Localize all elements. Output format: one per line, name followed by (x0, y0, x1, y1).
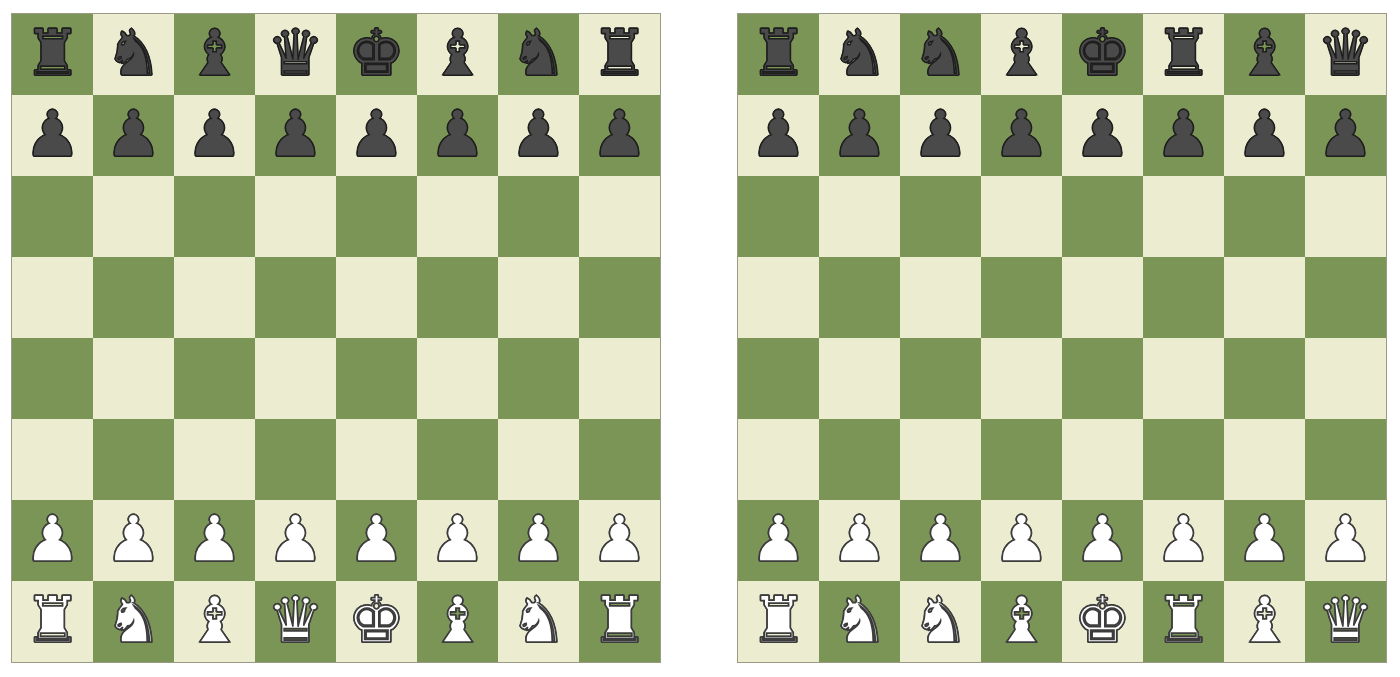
square-d8[interactable]: ♛ (255, 14, 336, 95)
square-a6[interactable] (738, 176, 819, 257)
page: ♜♞♝♛♚♝♞♜♟♟♟♟♟♟♟♟♟♟♟♟♟♟♟♟♜♞♝♛♚♝♞♜ ♜♞♞♝♚♜♝… (0, 0, 1400, 677)
square-f8[interactable]: ♝ (417, 14, 498, 95)
square-d5[interactable] (255, 257, 336, 338)
piece-black-bishop[interactable]: ♝ (1236, 21, 1293, 85)
square-c8[interactable]: ♝ (174, 14, 255, 95)
piece-black-pawn[interactable]: ♟ (186, 102, 243, 166)
piece-white-king[interactable]: ♚ (348, 588, 405, 652)
piece-black-pawn[interactable]: ♟ (1236, 102, 1293, 166)
square-f4[interactable] (1143, 338, 1224, 419)
piece-white-rook[interactable]: ♜ (24, 588, 81, 652)
square-h6[interactable] (1305, 176, 1386, 257)
piece-white-pawn[interactable]: ♟ (831, 507, 888, 571)
square-c2[interactable]: ♟ (900, 500, 981, 581)
piece-black-pawn[interactable]: ♟ (105, 102, 162, 166)
square-f2[interactable]: ♟ (1143, 500, 1224, 581)
piece-white-bishop[interactable]: ♝ (1236, 588, 1293, 652)
piece-white-pawn[interactable]: ♟ (267, 507, 324, 571)
piece-black-rook[interactable]: ♜ (750, 21, 807, 85)
piece-white-pawn[interactable]: ♟ (24, 507, 81, 571)
square-e1[interactable]: ♚ (1062, 581, 1143, 662)
piece-white-pawn[interactable]: ♟ (1074, 507, 1131, 571)
square-c6[interactable] (900, 176, 981, 257)
piece-black-pawn[interactable]: ♟ (429, 102, 486, 166)
piece-black-pawn[interactable]: ♟ (993, 102, 1050, 166)
piece-white-rook[interactable]: ♜ (1155, 588, 1212, 652)
square-g4[interactable] (498, 338, 579, 419)
square-e1[interactable]: ♚ (336, 581, 417, 662)
square-c5[interactable] (900, 257, 981, 338)
square-h2[interactable]: ♟ (579, 500, 660, 581)
square-c1[interactable]: ♝ (174, 581, 255, 662)
square-b5[interactable] (819, 257, 900, 338)
piece-black-pawn[interactable]: ♟ (831, 102, 888, 166)
piece-white-pawn[interactable]: ♟ (429, 507, 486, 571)
piece-black-bishop[interactable]: ♝ (186, 21, 243, 85)
square-f3[interactable] (417, 419, 498, 500)
square-a6[interactable] (12, 176, 93, 257)
piece-white-pawn[interactable]: ♟ (750, 507, 807, 571)
square-a3[interactable] (12, 419, 93, 500)
piece-white-pawn[interactable]: ♟ (105, 507, 162, 571)
square-c3[interactable] (900, 419, 981, 500)
square-e8[interactable]: ♚ (1062, 14, 1143, 95)
piece-white-bishop[interactable]: ♝ (186, 588, 243, 652)
square-g2[interactable]: ♟ (1224, 500, 1305, 581)
square-f6[interactable] (1143, 176, 1224, 257)
square-b1[interactable]: ♞ (93, 581, 174, 662)
square-g3[interactable] (1224, 419, 1305, 500)
square-f8[interactable]: ♜ (1143, 14, 1224, 95)
square-e3[interactable] (1062, 419, 1143, 500)
square-a4[interactable] (738, 338, 819, 419)
piece-white-queen[interactable]: ♛ (1317, 588, 1374, 652)
square-a5[interactable] (12, 257, 93, 338)
piece-white-pawn[interactable]: ♟ (591, 507, 648, 571)
piece-white-knight[interactable]: ♞ (105, 588, 162, 652)
piece-white-pawn[interactable]: ♟ (1155, 507, 1212, 571)
square-h5[interactable] (1305, 257, 1386, 338)
square-c5[interactable] (174, 257, 255, 338)
square-e7[interactable]: ♟ (336, 95, 417, 176)
square-e6[interactable] (1062, 176, 1143, 257)
square-g8[interactable]: ♞ (498, 14, 579, 95)
piece-white-knight[interactable]: ♞ (912, 588, 969, 652)
square-d4[interactable] (255, 338, 336, 419)
piece-black-pawn[interactable]: ♟ (24, 102, 81, 166)
piece-white-pawn[interactable]: ♟ (510, 507, 567, 571)
square-e4[interactable] (1062, 338, 1143, 419)
square-g7[interactable]: ♟ (1224, 95, 1305, 176)
square-c7[interactable]: ♟ (900, 95, 981, 176)
square-e7[interactable]: ♟ (1062, 95, 1143, 176)
piece-black-pawn[interactable]: ♟ (1155, 102, 1212, 166)
square-d1[interactable]: ♝ (981, 581, 1062, 662)
square-b5[interactable] (93, 257, 174, 338)
piece-white-queen[interactable]: ♛ (267, 588, 324, 652)
square-a7[interactable]: ♟ (12, 95, 93, 176)
piece-black-rook[interactable]: ♜ (1155, 21, 1212, 85)
square-c8[interactable]: ♞ (900, 14, 981, 95)
square-f6[interactable] (417, 176, 498, 257)
square-g6[interactable] (1224, 176, 1305, 257)
square-f5[interactable] (417, 257, 498, 338)
piece-black-pawn[interactable]: ♟ (348, 102, 405, 166)
square-a8[interactable]: ♜ (12, 14, 93, 95)
piece-black-pawn[interactable]: ♟ (750, 102, 807, 166)
piece-black-pawn[interactable]: ♟ (510, 102, 567, 166)
square-b7[interactable]: ♟ (93, 95, 174, 176)
square-a8[interactable]: ♜ (738, 14, 819, 95)
square-a3[interactable] (738, 419, 819, 500)
piece-black-pawn[interactable]: ♟ (591, 102, 648, 166)
square-c7[interactable]: ♟ (174, 95, 255, 176)
piece-black-pawn[interactable]: ♟ (1317, 102, 1374, 166)
piece-white-pawn[interactable]: ♟ (1317, 507, 1374, 571)
piece-white-pawn[interactable]: ♟ (1236, 507, 1293, 571)
square-d7[interactable]: ♟ (981, 95, 1062, 176)
square-a2[interactable]: ♟ (12, 500, 93, 581)
square-h2[interactable]: ♟ (1305, 500, 1386, 581)
square-h1[interactable]: ♛ (1305, 581, 1386, 662)
square-e2[interactable]: ♟ (1062, 500, 1143, 581)
square-f7[interactable]: ♟ (1143, 95, 1224, 176)
square-g5[interactable] (1224, 257, 1305, 338)
square-a5[interactable] (738, 257, 819, 338)
square-e3[interactable] (336, 419, 417, 500)
piece-white-rook[interactable]: ♜ (591, 588, 648, 652)
piece-black-king[interactable]: ♚ (348, 21, 405, 85)
piece-black-queen[interactable]: ♛ (1317, 21, 1374, 85)
piece-white-pawn[interactable]: ♟ (912, 507, 969, 571)
square-e8[interactable]: ♚ (336, 14, 417, 95)
square-d2[interactable]: ♟ (255, 500, 336, 581)
square-h3[interactable] (579, 419, 660, 500)
piece-white-pawn[interactable]: ♟ (348, 507, 405, 571)
square-h7[interactable]: ♟ (579, 95, 660, 176)
piece-black-king[interactable]: ♚ (1074, 21, 1131, 85)
square-f3[interactable] (1143, 419, 1224, 500)
square-b6[interactable] (819, 176, 900, 257)
chessboard-standard: ♜♞♝♛♚♝♞♜♟♟♟♟♟♟♟♟♟♟♟♟♟♟♟♟♜♞♝♛♚♝♞♜ (11, 13, 661, 663)
square-c6[interactable] (174, 176, 255, 257)
square-d3[interactable] (981, 419, 1062, 500)
piece-white-pawn[interactable]: ♟ (186, 507, 243, 571)
square-g2[interactable]: ♟ (498, 500, 579, 581)
square-c2[interactable]: ♟ (174, 500, 255, 581)
square-b7[interactable]: ♟ (819, 95, 900, 176)
square-e2[interactable]: ♟ (336, 500, 417, 581)
piece-white-knight[interactable]: ♞ (831, 588, 888, 652)
piece-black-bishop[interactable]: ♝ (993, 21, 1050, 85)
square-d7[interactable]: ♟ (255, 95, 336, 176)
square-g3[interactable] (498, 419, 579, 500)
square-d1[interactable]: ♛ (255, 581, 336, 662)
piece-black-knight[interactable]: ♞ (105, 21, 162, 85)
square-b8[interactable]: ♞ (819, 14, 900, 95)
square-f5[interactable] (1143, 257, 1224, 338)
piece-black-pawn[interactable]: ♟ (912, 102, 969, 166)
square-b3[interactable] (819, 419, 900, 500)
piece-black-knight[interactable]: ♞ (912, 21, 969, 85)
piece-white-bishop[interactable]: ♝ (429, 588, 486, 652)
square-d4[interactable] (981, 338, 1062, 419)
square-a1[interactable]: ♜ (738, 581, 819, 662)
square-d2[interactable]: ♟ (981, 500, 1062, 581)
piece-black-rook[interactable]: ♜ (24, 21, 81, 85)
square-d8[interactable]: ♝ (981, 14, 1062, 95)
square-g8[interactable]: ♝ (1224, 14, 1305, 95)
square-h8[interactable]: ♜ (579, 14, 660, 95)
square-d3[interactable] (255, 419, 336, 500)
piece-black-pawn[interactable]: ♟ (1074, 102, 1131, 166)
square-h1[interactable]: ♜ (579, 581, 660, 662)
square-h4[interactable] (579, 338, 660, 419)
square-a2[interactable]: ♟ (738, 500, 819, 581)
square-e5[interactable] (336, 257, 417, 338)
piece-black-rook[interactable]: ♜ (591, 21, 648, 85)
square-h6[interactable] (579, 176, 660, 257)
square-b8[interactable]: ♞ (93, 14, 174, 95)
square-h7[interactable]: ♟ (1305, 95, 1386, 176)
piece-black-bishop[interactable]: ♝ (429, 21, 486, 85)
square-g1[interactable]: ♝ (1224, 581, 1305, 662)
square-a7[interactable]: ♟ (738, 95, 819, 176)
piece-black-knight[interactable]: ♞ (510, 21, 567, 85)
square-f1[interactable]: ♜ (1143, 581, 1224, 662)
chessboard-chess960: ♜♞♞♝♚♜♝♛♟♟♟♟♟♟♟♟♟♟♟♟♟♟♟♟♜♞♞♝♚♜♝♛ (737, 13, 1387, 663)
square-f1[interactable]: ♝ (417, 581, 498, 662)
square-e5[interactable] (1062, 257, 1143, 338)
square-h8[interactable]: ♛ (1305, 14, 1386, 95)
square-b2[interactable]: ♟ (93, 500, 174, 581)
piece-white-king[interactable]: ♚ (1074, 588, 1131, 652)
square-f7[interactable]: ♟ (417, 95, 498, 176)
square-c4[interactable] (900, 338, 981, 419)
square-d6[interactable] (255, 176, 336, 257)
square-e4[interactable] (336, 338, 417, 419)
square-a1[interactable]: ♜ (12, 581, 93, 662)
piece-white-pawn[interactable]: ♟ (993, 507, 1050, 571)
piece-white-rook[interactable]: ♜ (750, 588, 807, 652)
piece-black-queen[interactable]: ♛ (267, 21, 324, 85)
square-c3[interactable] (174, 419, 255, 500)
piece-black-knight[interactable]: ♞ (831, 21, 888, 85)
square-b4[interactable] (93, 338, 174, 419)
square-h3[interactable] (1305, 419, 1386, 500)
square-b3[interactable] (93, 419, 174, 500)
square-f2[interactable]: ♟ (417, 500, 498, 581)
square-c1[interactable]: ♞ (900, 581, 981, 662)
square-b4[interactable] (819, 338, 900, 419)
square-f4[interactable] (417, 338, 498, 419)
square-g1[interactable]: ♞ (498, 581, 579, 662)
piece-black-pawn[interactable]: ♟ (267, 102, 324, 166)
square-g7[interactable]: ♟ (498, 95, 579, 176)
square-g5[interactable] (498, 257, 579, 338)
square-h5[interactable] (579, 257, 660, 338)
square-d6[interactable] (981, 176, 1062, 257)
square-g4[interactable] (1224, 338, 1305, 419)
piece-white-knight[interactable]: ♞ (510, 588, 567, 652)
square-b2[interactable]: ♟ (819, 500, 900, 581)
square-g6[interactable] (498, 176, 579, 257)
square-e6[interactable] (336, 176, 417, 257)
square-c4[interactable] (174, 338, 255, 419)
square-d5[interactable] (981, 257, 1062, 338)
square-b1[interactable]: ♞ (819, 581, 900, 662)
piece-white-bishop[interactable]: ♝ (993, 588, 1050, 652)
square-b6[interactable] (93, 176, 174, 257)
square-h4[interactable] (1305, 338, 1386, 419)
square-a4[interactable] (12, 338, 93, 419)
